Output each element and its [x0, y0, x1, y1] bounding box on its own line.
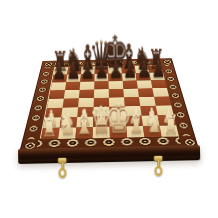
square-d7: ♟: [94, 74, 108, 82]
board-front-edge: [18, 145, 200, 164]
square-a5: [49, 90, 65, 99]
square-c7: ♟: [80, 74, 94, 82]
photo-tilt-wrapper: ♜♞♝♛♚♝♞♜♟♟♟♟♟♟♟♟♟♟♟♟♟♟♟♟♜♞♝♛♚♝♞♜: [0, 0, 218, 218]
board-squares: ♜♞♝♛♚♝♞♜♟♟♟♟♟♟♟♟♟♟♟♟♟♟♟♟♜♞♝♛♚♝♞♜: [40, 65, 178, 138]
latch-ring-icon: [58, 168, 66, 178]
square-b7: ♟: [66, 74, 81, 82]
square-b5: [64, 90, 80, 99]
white-rook-a1: ♜: [40, 114, 57, 141]
white-bishop-f1: ♝: [125, 105, 146, 139]
white-knight-g1: ♞: [143, 108, 162, 139]
black-pawn-d7: ♟: [94, 58, 109, 82]
black-pawn-a7: ♟: [51, 59, 66, 83]
brass-latch-left: [56, 158, 68, 179]
latch-ring-icon: [154, 166, 162, 176]
square-g5: [138, 88, 154, 97]
square-e7: ♟: [108, 73, 122, 81]
chess-board: ♜♞♝♛♚♝♞♜♟♟♟♟♟♟♟♟♟♟♟♟♟♟♟♟♜♞♝♛♚♝♞♜: [20, 58, 199, 151]
square-e1: ♚: [110, 126, 128, 137]
black-pawn-e7: ♟: [108, 58, 123, 82]
black-pawn-b7: ♟: [65, 59, 80, 83]
black-pawn-h7: ♟: [150, 57, 165, 81]
brass-latch-right: [152, 156, 164, 177]
square-g1: ♞: [143, 126, 162, 137]
black-pawn-g7: ♟: [136, 58, 151, 82]
square-f1: ♝: [126, 126, 144, 137]
square-g7: ♟: [136, 73, 151, 81]
white-rook-h1: ♜: [162, 111, 179, 138]
square-a7: ♟: [52, 75, 67, 83]
chess-set-product-photo: ♜♞♝♛♚♝♞♜♟♟♟♟♟♟♟♟♟♟♟♟♟♟♟♟♜♞♝♛♚♝♞♜: [0, 0, 218, 218]
square-h7: ♟: [149, 73, 165, 81]
square-f7: ♟: [122, 73, 137, 81]
black-pawn-f7: ♟: [122, 58, 137, 82]
square-a1: ♜: [41, 128, 60, 140]
black-pawn-c7: ♟: [80, 59, 95, 83]
square-h1: ♜: [160, 125, 179, 136]
